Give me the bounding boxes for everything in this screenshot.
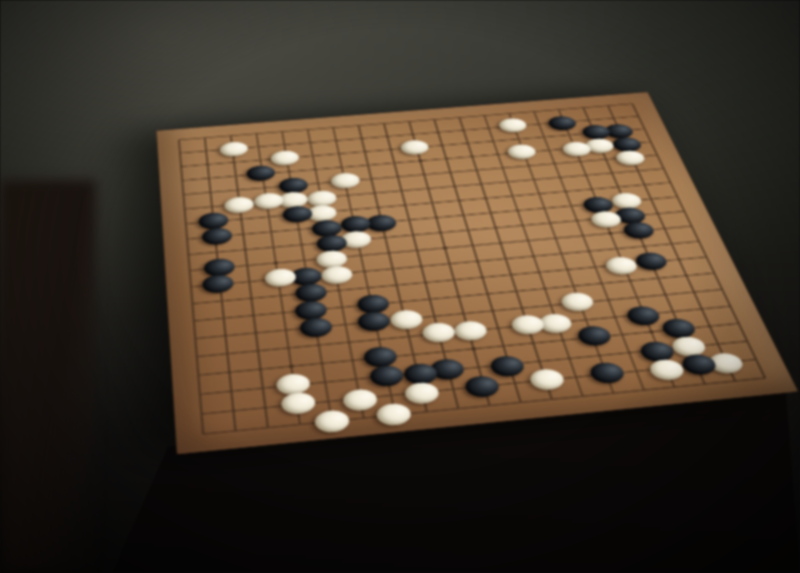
- go-photo-scene: [0, 0, 800, 573]
- white-stone[interactable]: [220, 141, 250, 157]
- white-stone[interactable]: [388, 309, 424, 330]
- black-stone[interactable]: [363, 346, 399, 369]
- white-stone[interactable]: [528, 368, 567, 391]
- white-stone[interactable]: [505, 143, 538, 159]
- black-stone[interactable]: [587, 361, 627, 384]
- white-stone[interactable]: [264, 268, 297, 288]
- black-stone[interactable]: [201, 227, 233, 246]
- white-stone[interactable]: [399, 139, 430, 155]
- black-stone[interactable]: [356, 311, 391, 332]
- white-stone[interactable]: [420, 322, 457, 344]
- black-stone[interactable]: [245, 165, 275, 182]
- black-stone[interactable]: [488, 354, 526, 377]
- black-stone[interactable]: [368, 364, 405, 387]
- white-stone[interactable]: [497, 118, 529, 134]
- black-stone[interactable]: [202, 274, 235, 294]
- black-stone[interactable]: [547, 115, 579, 131]
- white-stone[interactable]: [253, 192, 284, 210]
- white-stone[interactable]: [270, 150, 300, 167]
- white-stone[interactable]: [452, 320, 489, 342]
- white-stone[interactable]: [342, 388, 379, 412]
- white-stone[interactable]: [320, 265, 354, 285]
- white-stone[interactable]: [559, 291, 596, 312]
- white-stone[interactable]: [375, 402, 413, 427]
- black-stone[interactable]: [282, 205, 314, 223]
- black-stone[interactable]: [633, 252, 670, 272]
- black-stone[interactable]: [463, 375, 501, 399]
- black-stone[interactable]: [575, 325, 613, 347]
- white-stone[interactable]: [402, 381, 440, 405]
- white-stone[interactable]: [280, 391, 317, 415]
- photo-layer: [0, 0, 800, 573]
- white-stone[interactable]: [330, 172, 361, 189]
- background-furniture: [0, 180, 96, 573]
- white-stone[interactable]: [313, 409, 351, 434]
- white-stone[interactable]: [613, 150, 647, 167]
- black-stone[interactable]: [298, 317, 333, 339]
- black-stone[interactable]: [620, 221, 656, 240]
- black-stone[interactable]: [625, 305, 663, 326]
- white-stone[interactable]: [224, 196, 255, 214]
